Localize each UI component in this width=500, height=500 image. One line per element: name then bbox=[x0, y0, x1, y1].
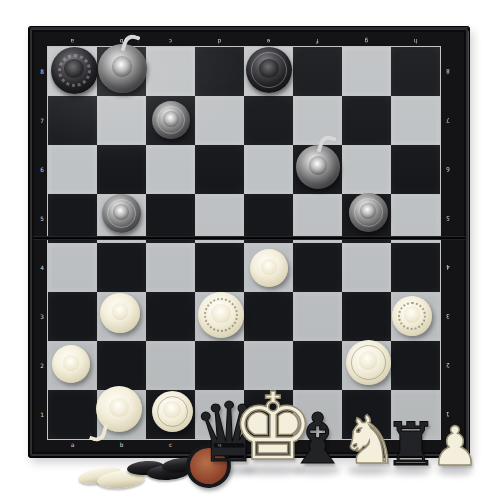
white-pawn-e4[interactable] bbox=[250, 249, 288, 287]
square-a3[interactable] bbox=[48, 292, 97, 341]
square-c8[interactable] bbox=[146, 47, 195, 96]
black-king-e8[interactable] bbox=[246, 47, 292, 93]
coord-label-3: 3 bbox=[444, 292, 452, 341]
square-h8[interactable] bbox=[391, 47, 440, 96]
square-h4[interactable] bbox=[391, 243, 440, 292]
square-a7[interactable] bbox=[48, 96, 97, 145]
coord-label-7: 7 bbox=[444, 96, 452, 145]
coord-label-h: h bbox=[391, 37, 440, 45]
square-a6[interactable] bbox=[48, 145, 97, 194]
white-king-g2[interactable] bbox=[346, 340, 391, 385]
square-d7[interactable] bbox=[195, 96, 244, 145]
square-c6[interactable] bbox=[146, 145, 195, 194]
square-f8[interactable] bbox=[293, 47, 342, 96]
coord-label-4: 4 bbox=[444, 243, 452, 292]
square-h7[interactable] bbox=[391, 96, 440, 145]
coord-label-8: 8 bbox=[444, 47, 452, 96]
white-queen-d3[interactable] bbox=[198, 292, 244, 338]
square-b4[interactable] bbox=[97, 243, 146, 292]
coord-label-2: 2 bbox=[38, 341, 46, 390]
square-b6[interactable] bbox=[97, 145, 146, 194]
black-pawn-c7[interactable] bbox=[152, 101, 190, 139]
square-b2[interactable] bbox=[97, 341, 146, 390]
coord-label-e: e bbox=[244, 37, 293, 45]
coords-top: abcdefgh bbox=[48, 37, 440, 45]
black-rook-a8[interactable] bbox=[51, 47, 98, 94]
coord-label-a: a bbox=[48, 441, 97, 449]
square-d8[interactable] bbox=[195, 47, 244, 96]
square-d6[interactable] bbox=[195, 145, 244, 194]
coord-label-7: 7 bbox=[38, 96, 46, 145]
white-pawn-b3[interactable] bbox=[100, 293, 140, 333]
square-b7[interactable] bbox=[97, 96, 146, 145]
coord-label-g: g bbox=[342, 37, 391, 45]
coord-label-4: 4 bbox=[38, 243, 46, 292]
coord-label-b: b bbox=[97, 441, 146, 449]
coord-label-3: 3 bbox=[38, 292, 46, 341]
square-d4[interactable] bbox=[195, 243, 244, 292]
coord-label-1: 1 bbox=[38, 390, 46, 439]
square-e7[interactable] bbox=[244, 96, 293, 145]
coord-label-c: c bbox=[146, 441, 195, 449]
square-e3[interactable] bbox=[244, 292, 293, 341]
coord-label-8: 8 bbox=[38, 47, 46, 96]
white-knight-b1[interactable] bbox=[96, 386, 142, 432]
coord-label-6: 6 bbox=[38, 145, 46, 194]
square-c2[interactable] bbox=[146, 341, 195, 390]
square-a4[interactable] bbox=[48, 243, 97, 292]
white-rook-h3[interactable] bbox=[392, 296, 432, 336]
white-pawn-standing[interactable]: ♟ bbox=[431, 420, 479, 474]
square-g8[interactable] bbox=[342, 47, 391, 96]
square-g7[interactable] bbox=[342, 96, 391, 145]
square-h6[interactable] bbox=[391, 145, 440, 194]
square-g6[interactable] bbox=[342, 145, 391, 194]
square-g3[interactable] bbox=[342, 292, 391, 341]
square-a1[interactable] bbox=[48, 390, 97, 439]
square-g4[interactable] bbox=[342, 243, 391, 292]
square-f3[interactable] bbox=[293, 292, 342, 341]
coord-label-d: d bbox=[195, 37, 244, 45]
coord-label-c: c bbox=[146, 37, 195, 45]
board-fold-seam bbox=[33, 236, 465, 240]
square-c4[interactable] bbox=[146, 243, 195, 292]
coords-right: 87654321 bbox=[444, 47, 452, 439]
coord-label-a: a bbox=[48, 37, 97, 45]
coords-left: 87654321 bbox=[38, 47, 46, 439]
black-pawn-b5[interactable] bbox=[102, 194, 141, 233]
black-knight-f6[interactable] bbox=[296, 145, 340, 189]
coord-label-6: 6 bbox=[444, 145, 452, 194]
square-e6[interactable] bbox=[244, 145, 293, 194]
square-f4[interactable] bbox=[293, 243, 342, 292]
black-knight-b8[interactable] bbox=[98, 44, 147, 93]
chess-set-photo: abcdefgh abcdefgh 87654321 87654321 ♛♚♝♞… bbox=[0, 0, 500, 500]
white-pawn-c1[interactable] bbox=[152, 391, 193, 432]
coord-label-f: f bbox=[293, 37, 342, 45]
black-pawn-g5[interactable] bbox=[349, 193, 388, 232]
coord-label-2: 2 bbox=[444, 341, 452, 390]
square-h2[interactable] bbox=[391, 341, 440, 390]
white-pawn-a2[interactable] bbox=[52, 345, 90, 383]
square-c3[interactable] bbox=[146, 292, 195, 341]
